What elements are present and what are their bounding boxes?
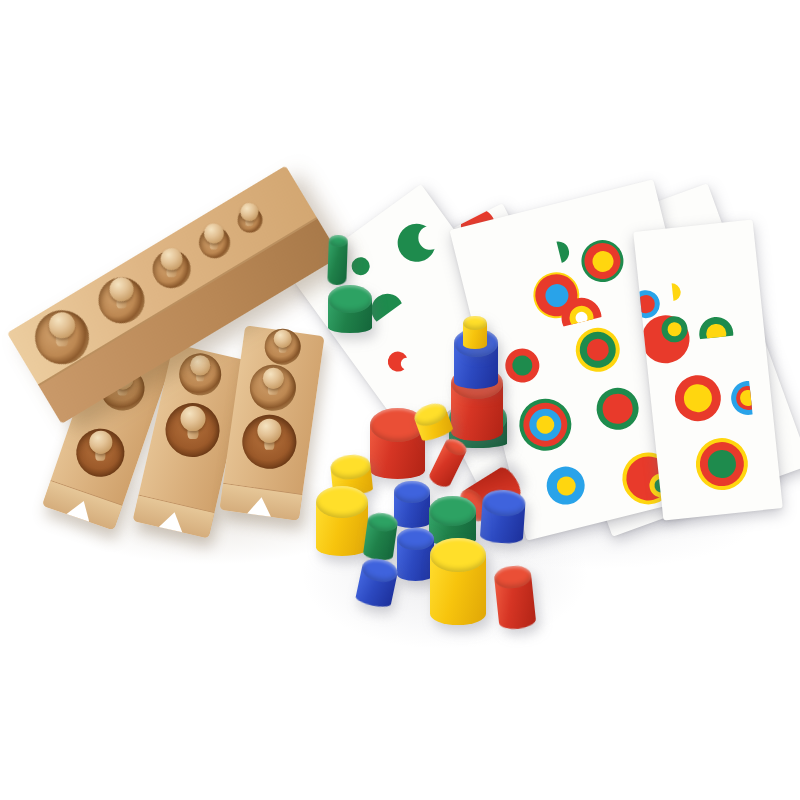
printed-circle	[348, 254, 373, 279]
loose-cylinder-green	[328, 299, 372, 333]
cylinder-top-face	[394, 481, 430, 503]
loose-cylinder-blue	[479, 502, 525, 545]
printed-circle	[545, 239, 572, 266]
block-notch	[247, 496, 273, 517]
printed-circle	[729, 379, 766, 416]
product-photo-scene	[0, 0, 800, 800]
knob-ball	[89, 431, 112, 454]
tower-cylinder-blue	[454, 343, 498, 389]
printed-circle	[543, 463, 589, 509]
printed-circle	[514, 393, 577, 456]
tower-cylinder-yellow	[463, 323, 487, 349]
loose-cylinder-green	[327, 241, 348, 286]
printed-circle	[693, 435, 750, 492]
cylinder-top-face	[430, 538, 486, 573]
printed-circle	[577, 236, 628, 287]
printed-circle-ring	[705, 323, 727, 345]
printed-circle	[698, 315, 735, 352]
cylinder-body	[327, 241, 348, 286]
knob-ball	[262, 368, 283, 389]
cylinder-top-face	[328, 235, 347, 247]
printed-circle-ring	[667, 321, 683, 337]
printed-circle	[502, 345, 543, 386]
knob-ball	[240, 203, 258, 221]
knob-ball	[161, 248, 183, 270]
loose-cylinder-blue	[397, 539, 434, 581]
knob-ball	[257, 419, 281, 443]
printed-circle	[673, 373, 724, 424]
printed-circle	[390, 216, 443, 269]
printed-circle	[662, 282, 682, 302]
loose-cylinder-red	[494, 575, 536, 631]
printed-circle	[592, 383, 643, 434]
printed-circle-notch	[414, 221, 448, 255]
printed-circle-ring	[682, 383, 713, 414]
loose-cylinder-yellow	[414, 409, 453, 443]
printed-circle	[571, 323, 624, 376]
knob-ball	[190, 355, 210, 375]
tower-cylinder-red	[451, 383, 503, 441]
printed-circle-ring	[600, 391, 636, 427]
loose-cylinder-yellow	[430, 555, 486, 625]
printed-circle	[384, 348, 412, 376]
cylinder-top-face	[429, 496, 476, 525]
cylinder-top-face	[328, 285, 372, 312]
printed-circle-notch	[398, 355, 415, 372]
knob-ball	[204, 223, 224, 243]
loose-cylinder-blue	[394, 492, 430, 528]
loose-cylinder-blue	[355, 567, 398, 610]
cylinder-top-face	[316, 486, 368, 518]
printed-circle-ring	[740, 390, 757, 407]
loose-cylinder-yellow	[316, 502, 368, 556]
loose-cylinder-red	[426, 442, 465, 490]
knob-ball	[274, 330, 292, 348]
wooden-block-3	[219, 325, 324, 520]
knob-ball	[180, 406, 205, 431]
printed-circle-ring	[510, 354, 534, 378]
loose-cylinder-green	[363, 520, 398, 562]
loose-cylinder-red	[370, 425, 425, 479]
printed-circle-ring	[554, 474, 577, 497]
